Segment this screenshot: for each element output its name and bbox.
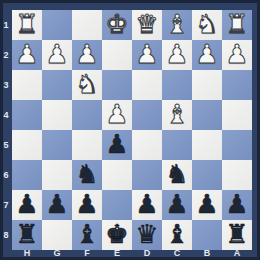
square-a2[interactable]: ♟: [222, 40, 252, 70]
white-pawn: ♟: [105, 101, 128, 127]
square-f1[interactable]: [72, 10, 102, 40]
square-g2[interactable]: ♟: [42, 40, 72, 70]
black-pawn: ♟: [135, 191, 158, 217]
square-c3[interactable]: [162, 70, 192, 100]
square-c2[interactable]: ♟: [162, 40, 192, 70]
file-label-d: D: [132, 249, 162, 258]
square-d3[interactable]: [132, 70, 162, 100]
black-pawn: ♟: [45, 191, 68, 217]
black-rook: ♜: [225, 221, 248, 247]
square-e3[interactable]: [102, 70, 132, 100]
square-b8[interactable]: [192, 220, 222, 250]
square-d4[interactable]: [132, 100, 162, 130]
file-label-g: G: [42, 249, 72, 258]
white-bishop: ♝: [165, 101, 188, 127]
black-pawn: ♟: [75, 191, 98, 217]
black-king: ♚: [105, 221, 128, 247]
square-e8[interactable]: ♚: [102, 220, 132, 250]
square-b6[interactable]: [192, 160, 222, 190]
square-e7[interactable]: [102, 190, 132, 220]
rank-label-1: 1: [0, 10, 12, 40]
file-label-f: F: [72, 249, 102, 258]
square-a3[interactable]: [222, 70, 252, 100]
black-pawn: ♟: [165, 191, 188, 217]
square-c4[interactable]: ♝: [162, 100, 192, 130]
square-h6[interactable]: [12, 160, 42, 190]
square-d8[interactable]: ♛: [132, 220, 162, 250]
rank-label-8: 8: [0, 220, 12, 250]
white-pawn: ♟: [225, 41, 248, 67]
square-g1[interactable]: [42, 10, 72, 40]
square-b5[interactable]: [192, 130, 222, 160]
square-h8[interactable]: ♜: [12, 220, 42, 250]
white-rook: ♜: [15, 11, 38, 37]
black-rook: ♜: [15, 221, 38, 247]
black-knight: ♞: [165, 161, 188, 187]
rank-label-3: 3: [0, 70, 12, 100]
square-c6[interactable]: ♞: [162, 160, 192, 190]
rank-label-4: 4: [0, 100, 12, 130]
square-a5[interactable]: [222, 130, 252, 160]
white-queen: ♛: [135, 11, 158, 37]
square-d2[interactable]: ♟: [132, 40, 162, 70]
white-pawn: ♟: [45, 41, 68, 67]
square-c7[interactable]: ♟: [162, 190, 192, 220]
square-f4[interactable]: [72, 100, 102, 130]
square-e2[interactable]: [102, 40, 132, 70]
square-c5[interactable]: [162, 130, 192, 160]
file-label-e: E: [102, 249, 132, 258]
white-pawn: ♟: [75, 41, 98, 67]
square-e1[interactable]: ♚: [102, 10, 132, 40]
square-d5[interactable]: [132, 130, 162, 160]
file-label-c: C: [162, 249, 192, 258]
square-b3[interactable]: [192, 70, 222, 100]
square-h1[interactable]: ♜: [12, 10, 42, 40]
rank-label-7: 7: [0, 190, 12, 220]
square-h7[interactable]: ♟: [12, 190, 42, 220]
black-pawn: ♟: [15, 191, 38, 217]
square-f3[interactable]: ♞: [72, 70, 102, 100]
square-g3[interactable]: [42, 70, 72, 100]
square-b7[interactable]: ♟: [192, 190, 222, 220]
white-king: ♚: [105, 11, 128, 37]
square-b4[interactable]: [192, 100, 222, 130]
black-bishop: ♝: [165, 221, 188, 247]
square-e5[interactable]: ♟: [102, 130, 132, 160]
white-rook: ♜: [225, 11, 248, 37]
white-knight: ♞: [75, 71, 98, 97]
chess-board: ♜♚♛♝♞♜♟♟♟♟♟♟♟♞♟♝♟♞♞♟♟♟♟♟♟♟♜♝♚♛♝♜: [12, 10, 252, 250]
white-bishop: ♝: [165, 11, 188, 37]
white-pawn: ♟: [195, 41, 218, 67]
square-e4[interactable]: ♟: [102, 100, 132, 130]
square-h2[interactable]: ♟: [12, 40, 42, 70]
square-g7[interactable]: ♟: [42, 190, 72, 220]
square-c1[interactable]: ♝: [162, 10, 192, 40]
square-f2[interactable]: ♟: [72, 40, 102, 70]
white-pawn: ♟: [15, 41, 38, 67]
square-a8[interactable]: ♜: [222, 220, 252, 250]
rank-label-5: 5: [0, 130, 12, 160]
square-e6[interactable]: [102, 160, 132, 190]
square-g4[interactable]: [42, 100, 72, 130]
square-f6[interactable]: ♞: [72, 160, 102, 190]
square-f5[interactable]: [72, 130, 102, 160]
square-c8[interactable]: ♝: [162, 220, 192, 250]
square-b2[interactable]: ♟: [192, 40, 222, 70]
square-a7[interactable]: ♟: [222, 190, 252, 220]
file-label-b: B: [192, 249, 222, 258]
square-f7[interactable]: ♟: [72, 190, 102, 220]
black-pawn: ♟: [225, 191, 248, 217]
square-d1[interactable]: ♛: [132, 10, 162, 40]
white-knight: ♞: [195, 11, 218, 37]
square-h4[interactable]: [12, 100, 42, 130]
file-label-h: H: [12, 249, 42, 258]
square-f8[interactable]: ♝: [72, 220, 102, 250]
square-a1[interactable]: ♜: [222, 10, 252, 40]
white-pawn: ♟: [165, 41, 188, 67]
square-b1[interactable]: ♞: [192, 10, 222, 40]
square-g8[interactable]: [42, 220, 72, 250]
rank-label-2: 2: [0, 40, 12, 70]
white-pawn: ♟: [135, 41, 158, 67]
black-pawn: ♟: [195, 191, 218, 217]
square-a4[interactable]: [222, 100, 252, 130]
square-d7[interactable]: ♟: [132, 190, 162, 220]
square-h3[interactable]: [12, 70, 42, 100]
black-queen: ♛: [135, 221, 158, 247]
square-h5[interactable]: [12, 130, 42, 160]
file-label-a: A: [222, 249, 252, 258]
square-d6[interactable]: [132, 160, 162, 190]
square-g5[interactable]: [42, 130, 72, 160]
chess-diagram: ♜♚♛♝♞♜♟♟♟♟♟♟♟♞♟♝♟♞♞♟♟♟♟♟♟♟♜♝♚♛♝♜ 1234567…: [0, 0, 260, 260]
square-a6[interactable]: [222, 160, 252, 190]
black-bishop: ♝: [75, 221, 98, 247]
black-knight: ♞: [75, 161, 98, 187]
rank-label-6: 6: [0, 160, 12, 190]
square-g6[interactable]: [42, 160, 72, 190]
black-pawn: ♟: [105, 131, 128, 157]
